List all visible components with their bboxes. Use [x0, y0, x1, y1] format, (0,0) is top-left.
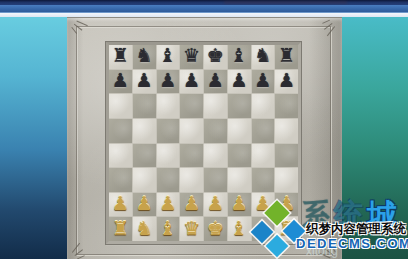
square-h4[interactable] — [275, 144, 298, 168]
square-b2[interactable]: ♟ — [133, 193, 156, 217]
piece-black-rook[interactable]: ♜ — [278, 46, 295, 65]
square-h5[interactable] — [275, 119, 298, 143]
piece-white-pawn[interactable]: ♟ — [159, 194, 176, 213]
piece-white-pawn[interactable]: ♟ — [112, 194, 129, 213]
piece-black-queen[interactable]: ♛ — [183, 46, 200, 65]
square-f5[interactable] — [228, 119, 251, 143]
square-h1[interactable]: ♜ — [275, 217, 298, 241]
square-b8[interactable]: ♞ — [133, 45, 156, 69]
titlebar-highlight-stripe — [0, 13, 408, 17]
piece-black-bishop[interactable]: ♝ — [159, 46, 176, 65]
square-h7[interactable]: ♟ — [275, 70, 298, 94]
square-f4[interactable] — [228, 144, 251, 168]
square-d8[interactable]: ♛ — [180, 45, 203, 69]
piece-white-bishop[interactable]: ♝ — [159, 219, 176, 238]
piece-black-pawn[interactable]: ♟ — [278, 71, 295, 90]
square-c3[interactable] — [157, 168, 180, 192]
square-a7[interactable]: ♟ — [109, 70, 132, 94]
square-g8[interactable]: ♞ — [252, 45, 275, 69]
piece-white-bishop[interactable]: ♝ — [231, 219, 248, 238]
square-c1[interactable]: ♝ — [157, 217, 180, 241]
square-h3[interactable] — [275, 168, 298, 192]
desktop-background-right — [336, 16, 408, 259]
piece-white-pawn[interactable]: ♟ — [231, 194, 248, 213]
piece-white-knight[interactable]: ♞ — [254, 219, 271, 238]
piece-black-pawn[interactable]: ♟ — [136, 71, 153, 90]
square-a5[interactable] — [109, 119, 132, 143]
square-c2[interactable]: ♟ — [157, 193, 180, 217]
square-g6[interactable] — [252, 94, 275, 118]
square-a8[interactable]: ♜ — [109, 45, 132, 69]
square-g4[interactable] — [252, 144, 275, 168]
square-d2[interactable]: ♟ — [180, 193, 203, 217]
chess-board-frame: ♜♞♝♛♚♝♞♜♟♟♟♟♟♟♟♟♟♟♟♟♟♟♟♟♜♞♝♛♚♝♞♜ — [67, 17, 342, 259]
piece-black-knight[interactable]: ♞ — [254, 46, 271, 65]
piece-white-queen[interactable]: ♛ — [183, 219, 200, 238]
square-c6[interactable] — [157, 94, 180, 118]
square-f3[interactable] — [228, 168, 251, 192]
square-d6[interactable] — [180, 94, 203, 118]
piece-black-pawn[interactable]: ♟ — [207, 71, 224, 90]
square-d4[interactable] — [180, 144, 203, 168]
square-a6[interactable] — [109, 94, 132, 118]
square-f2[interactable]: ♟ — [228, 193, 251, 217]
square-c4[interactable] — [157, 144, 180, 168]
square-c8[interactable]: ♝ — [157, 45, 180, 69]
piece-white-pawn[interactable]: ♟ — [254, 194, 271, 213]
square-b1[interactable]: ♞ — [133, 217, 156, 241]
screenshot-root: ♜♞♝♛♚♝♞♜♟♟♟♟♟♟♟♟♟♟♟♟♟♟♟♟♜♞♝♛♚♝♞♜ 系统城 织梦内… — [0, 0, 408, 259]
titlebar-mid-stripe — [0, 5, 408, 13]
square-c7[interactable]: ♟ — [157, 70, 180, 94]
square-a3[interactable] — [109, 168, 132, 192]
square-h8[interactable]: ♜ — [275, 45, 298, 69]
square-a1[interactable]: ♜ — [109, 217, 132, 241]
square-e2[interactable]: ♟ — [204, 193, 227, 217]
square-f8[interactable]: ♝ — [228, 45, 251, 69]
piece-white-pawn[interactable]: ♟ — [278, 194, 295, 213]
square-e4[interactable] — [204, 144, 227, 168]
square-e5[interactable] — [204, 119, 227, 143]
piece-black-pawn[interactable]: ♟ — [254, 71, 271, 90]
square-d5[interactable] — [180, 119, 203, 143]
chess-board[interactable]: ♜♞♝♛♚♝♞♜♟♟♟♟♟♟♟♟♟♟♟♟♟♟♟♟♜♞♝♛♚♝♞♜ — [109, 45, 298, 241]
square-g5[interactable] — [252, 119, 275, 143]
square-e1[interactable]: ♚ — [204, 217, 227, 241]
square-a2[interactable]: ♟ — [109, 193, 132, 217]
piece-black-rook[interactable]: ♜ — [112, 46, 129, 65]
square-a4[interactable] — [109, 144, 132, 168]
piece-black-bishop[interactable]: ♝ — [231, 46, 248, 65]
square-b6[interactable] — [133, 94, 156, 118]
square-b5[interactable] — [133, 119, 156, 143]
square-f7[interactable]: ♟ — [228, 70, 251, 94]
window-titlebar[interactable] — [0, 0, 408, 17]
square-b7[interactable]: ♟ — [133, 70, 156, 94]
square-g1[interactable]: ♞ — [252, 217, 275, 241]
square-h6[interactable] — [275, 94, 298, 118]
piece-black-pawn[interactable]: ♟ — [112, 71, 129, 90]
square-b4[interactable] — [133, 144, 156, 168]
square-b3[interactable] — [133, 168, 156, 192]
board-bevel: ♜♞♝♛♚♝♞♜♟♟♟♟♟♟♟♟♟♟♟♟♟♟♟♟♜♞♝♛♚♝♞♜ — [106, 42, 301, 244]
piece-white-pawn[interactable]: ♟ — [136, 194, 153, 213]
desktop-background-left — [0, 16, 72, 259]
square-d3[interactable] — [180, 168, 203, 192]
square-g3[interactable] — [252, 168, 275, 192]
square-g2[interactable]: ♟ — [252, 193, 275, 217]
piece-white-king[interactable]: ♚ — [207, 219, 224, 238]
square-g7[interactable]: ♟ — [252, 70, 275, 94]
square-f6[interactable] — [228, 94, 251, 118]
piece-white-rook[interactable]: ♜ — [278, 219, 295, 238]
piece-white-rook[interactable]: ♜ — [112, 219, 129, 238]
piece-white-pawn[interactable]: ♟ — [207, 194, 224, 213]
square-e3[interactable] — [204, 168, 227, 192]
piece-black-knight[interactable]: ♞ — [136, 46, 153, 65]
square-d7[interactable]: ♟ — [180, 70, 203, 94]
piece-black-pawn[interactable]: ♟ — [231, 71, 248, 90]
square-d1[interactable]: ♛ — [180, 217, 203, 241]
square-e8[interactable]: ♚ — [204, 45, 227, 69]
piece-black-king[interactable]: ♚ — [207, 46, 224, 65]
square-c5[interactable] — [157, 119, 180, 143]
piece-white-knight[interactable]: ♞ — [136, 219, 153, 238]
square-e6[interactable] — [204, 94, 227, 118]
square-f1[interactable]: ♝ — [228, 217, 251, 241]
piece-black-pawn[interactable]: ♟ — [159, 71, 176, 90]
square-e7[interactable]: ♟ — [204, 70, 227, 94]
square-h2[interactable]: ♟ — [275, 193, 298, 217]
piece-white-pawn[interactable]: ♟ — [183, 194, 200, 213]
piece-black-pawn[interactable]: ♟ — [183, 71, 200, 90]
